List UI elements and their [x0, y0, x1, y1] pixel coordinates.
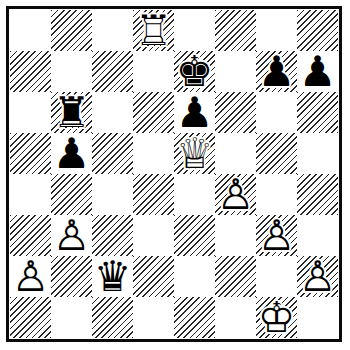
- square-b5[interactable]: ♟♟: [51, 133, 92, 174]
- black-queen-piece: ♛♛: [92, 256, 133, 297]
- square-f3[interactable]: [215, 215, 256, 256]
- black-pawn-icon: ♟: [51, 133, 92, 174]
- black-rook-icon: ♜: [51, 92, 92, 133]
- white-pawn-piece: ♟♙: [215, 174, 256, 215]
- square-a8[interactable]: [10, 10, 51, 51]
- black-pawn-piece: ♟♟: [174, 92, 215, 133]
- white-pawn-icon: ♙: [215, 174, 256, 215]
- square-e8[interactable]: [174, 10, 215, 51]
- square-h5[interactable]: [297, 133, 338, 174]
- square-a6[interactable]: [10, 92, 51, 133]
- square-a4[interactable]: [10, 174, 51, 215]
- square-b3[interactable]: ♟♙: [51, 215, 92, 256]
- square-d5[interactable]: [133, 133, 174, 174]
- square-g2[interactable]: [256, 256, 297, 297]
- square-f2[interactable]: [215, 256, 256, 297]
- chessboard: ♜♖♚♚♟♟♟♟♜♜♟♟♟♟♛♕♟♙♟♙♟♙♟♙♛♛♟♙♚♔: [10, 10, 338, 338]
- black-pawn-piece: ♟♟: [51, 133, 92, 174]
- square-a5[interactable]: [10, 133, 51, 174]
- square-c6[interactable]: [92, 92, 133, 133]
- square-b1[interactable]: [51, 297, 92, 338]
- square-h6[interactable]: [297, 92, 338, 133]
- square-d7[interactable]: [133, 51, 174, 92]
- square-g1[interactable]: ♚♔: [256, 297, 297, 338]
- white-pawn-piece: ♟♙: [256, 215, 297, 256]
- square-e4[interactable]: [174, 174, 215, 215]
- black-queen-icon: ♛: [92, 256, 133, 297]
- black-pawn-piece: ♟♟: [256, 51, 297, 92]
- square-g6[interactable]: [256, 92, 297, 133]
- square-b8[interactable]: [51, 10, 92, 51]
- square-h7[interactable]: ♟♟: [297, 51, 338, 92]
- chessboard-frame: ♜♖♚♚♟♟♟♟♜♜♟♟♟♟♛♕♟♙♟♙♟♙♟♙♛♛♟♙♚♔: [6, 6, 342, 342]
- square-g7[interactable]: ♟♟: [256, 51, 297, 92]
- square-c2[interactable]: ♛♛: [92, 256, 133, 297]
- square-b7[interactable]: [51, 51, 92, 92]
- black-pawn-icon: ♟: [174, 92, 215, 133]
- square-a7[interactable]: [10, 51, 51, 92]
- square-f1[interactable]: [215, 297, 256, 338]
- square-h3[interactable]: [297, 215, 338, 256]
- square-c4[interactable]: [92, 174, 133, 215]
- square-h2[interactable]: ♟♙: [297, 256, 338, 297]
- square-c5[interactable]: [92, 133, 133, 174]
- square-c8[interactable]: [92, 10, 133, 51]
- white-queen-piece: ♛♕: [174, 133, 215, 174]
- square-c1[interactable]: [92, 297, 133, 338]
- white-pawn-icon: ♙: [10, 256, 51, 297]
- square-g8[interactable]: [256, 10, 297, 51]
- square-h4[interactable]: [297, 174, 338, 215]
- square-c7[interactable]: [92, 51, 133, 92]
- square-h1[interactable]: [297, 297, 338, 338]
- square-b6[interactable]: ♜♜: [51, 92, 92, 133]
- black-pawn-piece: ♟♟: [297, 51, 338, 92]
- square-e5[interactable]: ♛♕: [174, 133, 215, 174]
- square-e3[interactable]: [174, 215, 215, 256]
- square-g5[interactable]: [256, 133, 297, 174]
- square-g4[interactable]: [256, 174, 297, 215]
- white-pawn-icon: ♙: [297, 256, 338, 297]
- square-d4[interactable]: [133, 174, 174, 215]
- black-pawn-icon: ♟: [297, 51, 338, 92]
- white-queen-icon: ♕: [174, 133, 215, 174]
- square-c3[interactable]: [92, 215, 133, 256]
- square-a1[interactable]: [10, 297, 51, 338]
- square-d1[interactable]: [133, 297, 174, 338]
- square-d3[interactable]: [133, 215, 174, 256]
- square-h8[interactable]: [297, 10, 338, 51]
- white-king-icon: ♔: [256, 297, 297, 338]
- white-rook-icon: ♖: [133, 10, 174, 51]
- white-pawn-piece: ♟♙: [297, 256, 338, 297]
- square-a3[interactable]: [10, 215, 51, 256]
- square-f7[interactable]: [215, 51, 256, 92]
- square-d6[interactable]: [133, 92, 174, 133]
- white-rook-piece: ♜♖: [133, 10, 174, 51]
- square-e7[interactable]: ♚♚: [174, 51, 215, 92]
- square-e6[interactable]: ♟♟: [174, 92, 215, 133]
- square-g3[interactable]: ♟♙: [256, 215, 297, 256]
- square-e1[interactable]: [174, 297, 215, 338]
- white-pawn-icon: ♙: [256, 215, 297, 256]
- white-king-piece: ♚♔: [256, 297, 297, 338]
- white-pawn-icon: ♙: [51, 215, 92, 256]
- square-f8[interactable]: [215, 10, 256, 51]
- square-d8[interactable]: ♜♖: [133, 10, 174, 51]
- square-d2[interactable]: [133, 256, 174, 297]
- black-king-piece: ♚♚: [174, 51, 215, 92]
- square-f4[interactable]: ♟♙: [215, 174, 256, 215]
- black-rook-piece: ♜♜: [51, 92, 92, 133]
- square-b4[interactable]: [51, 174, 92, 215]
- black-pawn-icon: ♟: [256, 51, 297, 92]
- square-f5[interactable]: [215, 133, 256, 174]
- square-b2[interactable]: [51, 256, 92, 297]
- square-a2[interactable]: ♟♙: [10, 256, 51, 297]
- white-pawn-piece: ♟♙: [51, 215, 92, 256]
- square-f6[interactable]: [215, 92, 256, 133]
- white-pawn-piece: ♟♙: [10, 256, 51, 297]
- square-e2[interactable]: [174, 256, 215, 297]
- black-king-icon: ♚: [174, 51, 215, 92]
